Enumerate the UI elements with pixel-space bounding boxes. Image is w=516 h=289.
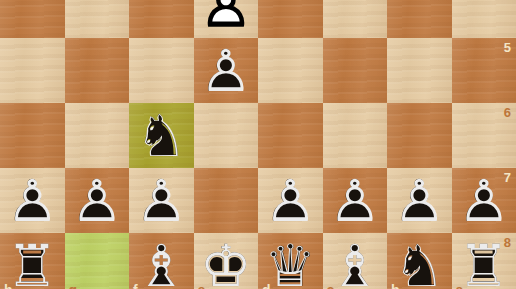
black-knight-icon: ♞	[387, 233, 452, 289]
square-f8[interactable]: ♝♗f	[129, 233, 194, 289]
square-d5[interactable]	[258, 38, 323, 103]
black-bishop-c8[interactable]: ♝♗	[323, 233, 388, 289]
square-g8[interactable]: g	[65, 233, 130, 289]
black-pawn-b7[interactable]: ♟♙	[387, 168, 452, 233]
rank-label-5: 5	[504, 41, 511, 54]
white-pawn-e4[interactable]: ♟♙	[194, 0, 259, 38]
black-knight-icon: ♞	[129, 103, 194, 168]
square-c7[interactable]: ♟♙	[323, 168, 388, 233]
black-rook-detail-icon: ♖	[452, 233, 516, 289]
black-knight-f6[interactable]: ♞♘	[129, 103, 194, 168]
black-knight-detail-icon: ♘	[129, 103, 194, 168]
black-pawn-g7[interactable]: ♟♙	[65, 168, 130, 233]
square-b4[interactable]	[387, 0, 452, 38]
square-h6[interactable]	[0, 103, 65, 168]
black-rook-h8[interactable]: ♜♖	[0, 233, 65, 289]
square-b5[interactable]	[387, 38, 452, 103]
black-pawn-detail-icon: ♙	[194, 38, 259, 103]
black-pawn-icon: ♟	[258, 168, 323, 233]
black-pawn-detail-icon: ♙	[129, 168, 194, 233]
black-pawn-detail-icon: ♙	[65, 168, 130, 233]
square-g6[interactable]	[65, 103, 130, 168]
black-pawn-icon: ♟	[452, 168, 516, 233]
black-rook-a8[interactable]: ♜♖	[452, 233, 516, 289]
black-king-e8[interactable]: ♚♔	[194, 233, 259, 289]
black-knight-detail-icon: ♘	[387, 233, 452, 289]
black-pawn-icon: ♟	[65, 168, 130, 233]
black-pawn-icon: ♟	[0, 168, 65, 233]
black-pawn-icon: ♟	[323, 168, 388, 233]
square-d6[interactable]	[258, 103, 323, 168]
square-f7[interactable]: ♟♙	[129, 168, 194, 233]
black-bishop-f8[interactable]: ♝♗	[129, 233, 194, 289]
square-d4[interactable]	[258, 0, 323, 38]
square-f5[interactable]	[129, 38, 194, 103]
square-e6[interactable]	[194, 103, 259, 168]
black-pawn-c7[interactable]: ♟♙	[323, 168, 388, 233]
black-knight-b8[interactable]: ♞♘	[387, 233, 452, 289]
black-queen-detail-icon: ♕	[258, 233, 323, 289]
black-pawn-detail-icon: ♙	[0, 168, 65, 233]
square-h8[interactable]: ♜♖h	[0, 233, 65, 289]
chess-board[interactable]: ♟♙♟♙5♞♘6♟♙♟♙♟♙♟♙♟♙♟♙♟♙7♜♖hg♝♗f♚♔e♛♕d♝♗c♞…	[0, 0, 516, 289]
square-a5[interactable]: 5	[452, 38, 516, 103]
black-pawn-h7[interactable]: ♟♙	[0, 168, 65, 233]
black-pawn-e5[interactable]: ♟♙	[194, 38, 259, 103]
black-rook-icon: ♜	[0, 233, 65, 289]
square-g7[interactable]: ♟♙	[65, 168, 130, 233]
square-e5[interactable]: ♟♙	[194, 38, 259, 103]
black-pawn-f7[interactable]: ♟♙	[129, 168, 194, 233]
square-d7[interactable]: ♟♙	[258, 168, 323, 233]
square-f6[interactable]: ♞♘	[129, 103, 194, 168]
black-pawn-detail-icon: ♙	[387, 168, 452, 233]
square-c6[interactable]	[323, 103, 388, 168]
black-rook-icon: ♜	[452, 233, 516, 289]
black-rook-detail-icon: ♖	[0, 233, 65, 289]
black-pawn-detail-icon: ♙	[452, 168, 516, 233]
square-f4[interactable]	[129, 0, 194, 38]
square-g4[interactable]	[65, 0, 130, 38]
square-g5[interactable]	[65, 38, 130, 103]
black-king-icon: ♚	[194, 233, 259, 289]
black-pawn-icon: ♟	[129, 168, 194, 233]
white-pawn-icon: ♟	[194, 0, 259, 38]
square-b7[interactable]: ♟♙	[387, 168, 452, 233]
black-pawn-detail-icon: ♙	[323, 168, 388, 233]
square-a7[interactable]: ♟♙7	[452, 168, 516, 233]
black-king-detail-icon: ♔	[194, 233, 259, 289]
black-pawn-d7[interactable]: ♟♙	[258, 168, 323, 233]
square-d8[interactable]: ♛♕d	[258, 233, 323, 289]
square-h7[interactable]: ♟♙	[0, 168, 65, 233]
black-pawn-icon: ♟	[194, 38, 259, 103]
square-a6[interactable]: 6	[452, 103, 516, 168]
rank-label-6: 6	[504, 106, 511, 119]
board-viewport: ♟♙♟♙5♞♘6♟♙♟♙♟♙♟♙♟♙♟♙♟♙7♜♖hg♝♗f♚♔e♛♕d♝♗c♞…	[0, 0, 516, 289]
black-bishop-detail-icon: ♗	[323, 233, 388, 289]
square-c8[interactable]: ♝♗c	[323, 233, 388, 289]
black-queen-icon: ♛	[258, 233, 323, 289]
square-c4[interactable]	[323, 0, 388, 38]
black-pawn-icon: ♟	[387, 168, 452, 233]
square-h5[interactable]	[0, 38, 65, 103]
square-b6[interactable]	[387, 103, 452, 168]
square-b8[interactable]: ♞♘b	[387, 233, 452, 289]
black-pawn-detail-icon: ♙	[258, 168, 323, 233]
square-h4[interactable]	[0, 0, 65, 38]
file-label-g: g	[69, 283, 78, 289]
square-a8[interactable]: ♜♖8a	[452, 233, 516, 289]
black-bishop-icon: ♝	[129, 233, 194, 289]
white-pawn-detail-icon: ♙	[194, 0, 259, 38]
square-e7[interactable]	[194, 168, 259, 233]
black-bishop-icon: ♝	[323, 233, 388, 289]
square-a4[interactable]	[452, 0, 516, 38]
black-bishop-detail-icon: ♗	[129, 233, 194, 289]
square-e8[interactable]: ♚♔e	[194, 233, 259, 289]
black-queen-d8[interactable]: ♛♕	[258, 233, 323, 289]
square-e4[interactable]: ♟♙	[194, 0, 259, 38]
black-pawn-a7[interactable]: ♟♙	[452, 168, 516, 233]
square-c5[interactable]	[323, 38, 388, 103]
